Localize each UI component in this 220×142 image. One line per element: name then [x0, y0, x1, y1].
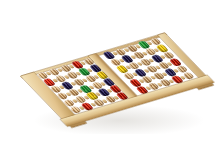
product-photo-scene: [0, 0, 220, 142]
